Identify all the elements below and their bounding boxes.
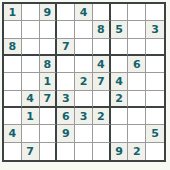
cell-r4c4[interactable] bbox=[57, 56, 75, 73]
cell-r2c3[interactable] bbox=[40, 21, 58, 38]
cell-r2c1[interactable] bbox=[4, 21, 22, 38]
cell-r4c2[interactable] bbox=[22, 56, 40, 73]
cell-r8c3[interactable] bbox=[40, 125, 58, 142]
cell-r1c8[interactable] bbox=[128, 4, 146, 21]
cell-r9c4[interactable] bbox=[57, 143, 75, 160]
cell-r6c1[interactable] bbox=[4, 91, 22, 108]
cell-r7c1[interactable] bbox=[4, 108, 22, 125]
cell-r6c4[interactable]: 3 bbox=[57, 91, 75, 108]
cell-r1c5[interactable]: 4 bbox=[75, 4, 93, 21]
cell-r9c8[interactable]: 2 bbox=[128, 143, 146, 160]
cell-r4c5[interactable] bbox=[75, 56, 93, 73]
cell-r5c5[interactable]: 2 bbox=[75, 73, 93, 90]
sudoku-board: 19485387846127447321632495792 bbox=[2, 2, 166, 162]
cell-r3c4[interactable]: 7 bbox=[57, 39, 75, 56]
cell-r5c3[interactable]: 1 bbox=[40, 73, 58, 90]
cell-r9c2[interactable]: 7 bbox=[22, 143, 40, 160]
cell-r3c9[interactable] bbox=[146, 39, 164, 56]
cell-r6c8[interactable] bbox=[128, 91, 146, 108]
cell-r8c9[interactable]: 5 bbox=[146, 125, 164, 142]
cell-r5c2[interactable] bbox=[22, 73, 40, 90]
cell-r1c4[interactable] bbox=[57, 4, 75, 21]
cell-r7c5[interactable]: 3 bbox=[75, 108, 93, 125]
cell-r5c8[interactable] bbox=[128, 73, 146, 90]
cell-r3c5[interactable] bbox=[75, 39, 93, 56]
cell-r3c1[interactable]: 8 bbox=[4, 39, 22, 56]
cell-r6c5[interactable] bbox=[75, 91, 93, 108]
cell-r4c8[interactable]: 6 bbox=[128, 56, 146, 73]
cell-r2c4[interactable] bbox=[57, 21, 75, 38]
cell-r7c8[interactable] bbox=[128, 108, 146, 125]
cell-r7c7[interactable] bbox=[111, 108, 129, 125]
cell-r2c5[interactable] bbox=[75, 21, 93, 38]
cell-r8c6[interactable] bbox=[93, 125, 111, 142]
cell-r1c2[interactable] bbox=[22, 4, 40, 21]
cell-r1c6[interactable] bbox=[93, 4, 111, 21]
cell-r6c7[interactable]: 2 bbox=[111, 91, 129, 108]
cell-r8c4[interactable]: 9 bbox=[57, 125, 75, 142]
cell-r1c1[interactable]: 1 bbox=[4, 4, 22, 21]
cell-r8c1[interactable]: 4 bbox=[4, 125, 22, 142]
cell-r8c8[interactable] bbox=[128, 125, 146, 142]
cell-r8c7[interactable] bbox=[111, 125, 129, 142]
sudoku-widget: 19485387846127447321632495792 bbox=[0, 0, 170, 170]
cell-r3c2[interactable] bbox=[22, 39, 40, 56]
cell-r6c2[interactable]: 4 bbox=[22, 91, 40, 108]
cell-r5c1[interactable] bbox=[4, 73, 22, 90]
cell-r2c9[interactable]: 3 bbox=[146, 21, 164, 38]
cell-r7c2[interactable]: 1 bbox=[22, 108, 40, 125]
cell-r2c6[interactable]: 8 bbox=[93, 21, 111, 38]
cell-r4c9[interactable] bbox=[146, 56, 164, 73]
cell-r6c3[interactable]: 7 bbox=[40, 91, 58, 108]
cell-r9c1[interactable] bbox=[4, 143, 22, 160]
cell-r5c6[interactable]: 7 bbox=[93, 73, 111, 90]
cell-r3c7[interactable] bbox=[111, 39, 129, 56]
cell-r7c4[interactable]: 6 bbox=[57, 108, 75, 125]
cell-r3c3[interactable] bbox=[40, 39, 58, 56]
cell-r6c6[interactable] bbox=[93, 91, 111, 108]
cell-r3c8[interactable] bbox=[128, 39, 146, 56]
cell-r9c7[interactable]: 9 bbox=[111, 143, 129, 160]
cell-r9c9[interactable] bbox=[146, 143, 164, 160]
cell-r8c2[interactable] bbox=[22, 125, 40, 142]
cell-r6c9[interactable] bbox=[146, 91, 164, 108]
cell-r4c6[interactable]: 4 bbox=[93, 56, 111, 73]
cell-r9c6[interactable] bbox=[93, 143, 111, 160]
cell-r4c3[interactable]: 8 bbox=[40, 56, 58, 73]
cell-r9c5[interactable] bbox=[75, 143, 93, 160]
cell-r1c3[interactable]: 9 bbox=[40, 4, 58, 21]
cell-r7c6[interactable]: 2 bbox=[93, 108, 111, 125]
cell-r4c7[interactable] bbox=[111, 56, 129, 73]
cell-r7c3[interactable] bbox=[40, 108, 58, 125]
cell-r1c7[interactable] bbox=[111, 4, 129, 21]
cell-r9c3[interactable] bbox=[40, 143, 58, 160]
cell-r5c4[interactable] bbox=[57, 73, 75, 90]
cell-r8c5[interactable] bbox=[75, 125, 93, 142]
cell-r2c2[interactable] bbox=[22, 21, 40, 38]
cell-r5c7[interactable]: 4 bbox=[111, 73, 129, 90]
cell-r7c9[interactable] bbox=[146, 108, 164, 125]
cell-r5c9[interactable] bbox=[146, 73, 164, 90]
cell-r4c1[interactable] bbox=[4, 56, 22, 73]
cell-r2c7[interactable]: 5 bbox=[111, 21, 129, 38]
cell-r1c9[interactable] bbox=[146, 4, 164, 21]
cell-r3c6[interactable] bbox=[93, 39, 111, 56]
cell-r2c8[interactable] bbox=[128, 21, 146, 38]
